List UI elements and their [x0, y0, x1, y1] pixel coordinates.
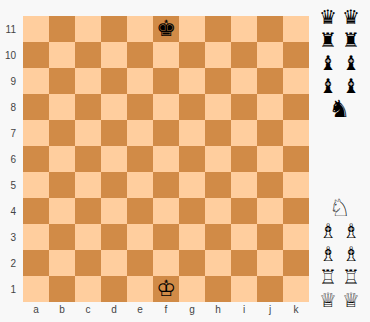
square-f2[interactable] — [153, 250, 179, 276]
file-label-i: i — [231, 303, 257, 317]
black-bishop-tray-piece[interactable]: ♝ — [342, 52, 360, 75]
square-a8[interactable] — [23, 94, 49, 120]
square-b5[interactable] — [49, 172, 75, 198]
square-i10[interactable] — [231, 42, 257, 68]
white-bishop-tray-piece[interactable]: ♗ — [342, 220, 360, 243]
square-e4[interactable] — [127, 198, 153, 224]
square-b3[interactable] — [49, 224, 75, 250]
black-king-piece[interactable]: ♚ — [156, 16, 176, 42]
rank-label-3: 3 — [0, 224, 20, 250]
square-c11[interactable] — [75, 16, 101, 42]
square-c7[interactable] — [75, 120, 101, 146]
square-c10[interactable] — [75, 42, 101, 68]
square-b11[interactable] — [49, 16, 75, 42]
square-h5[interactable] — [205, 172, 231, 198]
square-e5[interactable] — [127, 172, 153, 198]
white-queen-tray-piece[interactable]: ♕ — [342, 289, 360, 312]
square-g6[interactable] — [179, 146, 205, 172]
square-f8[interactable] — [153, 94, 179, 120]
square-g3[interactable] — [179, 224, 205, 250]
square-a10[interactable] — [23, 42, 49, 68]
file-label-j: j — [257, 303, 283, 317]
square-f1[interactable]: ♔ — [153, 276, 179, 302]
file-label-b: b — [49, 303, 75, 317]
square-i5[interactable] — [231, 172, 257, 198]
square-j8[interactable] — [257, 94, 283, 120]
file-label-h: h — [205, 303, 231, 317]
white-bishop-tray-piece[interactable]: ♗ — [319, 243, 337, 266]
square-d2[interactable] — [101, 250, 127, 276]
black-rook-tray-piece[interactable]: ♜ — [319, 29, 337, 52]
rank-label-10: 10 — [0, 42, 20, 68]
square-g5[interactable] — [179, 172, 205, 198]
tray-row: ♗♗ — [319, 243, 360, 266]
square-i3[interactable] — [231, 224, 257, 250]
square-k1[interactable] — [283, 276, 309, 302]
square-g7[interactable] — [179, 120, 205, 146]
square-d1[interactable] — [101, 276, 127, 302]
square-d9[interactable] — [101, 68, 127, 94]
square-i7[interactable] — [231, 120, 257, 146]
tray-row: ♘ — [329, 197, 351, 220]
square-c9[interactable] — [75, 68, 101, 94]
square-h8[interactable] — [205, 94, 231, 120]
square-k5[interactable] — [283, 172, 309, 198]
tray-row: ♗♗ — [319, 220, 360, 243]
square-d6[interactable] — [101, 146, 127, 172]
rank-label-9: 9 — [0, 68, 20, 94]
square-k3[interactable] — [283, 224, 309, 250]
black-bishop-tray-piece[interactable]: ♝ — [319, 52, 337, 75]
file-label-d: d — [101, 303, 127, 317]
square-g9[interactable] — [179, 68, 205, 94]
square-b2[interactable] — [49, 250, 75, 276]
square-g10[interactable] — [179, 42, 205, 68]
square-j1[interactable] — [257, 276, 283, 302]
square-k9[interactable] — [283, 68, 309, 94]
square-e3[interactable] — [127, 224, 153, 250]
square-j7[interactable] — [257, 120, 283, 146]
rank-label-11: 11 — [0, 16, 20, 42]
tray-row: ♜♜ — [319, 29, 360, 52]
square-e6[interactable] — [127, 146, 153, 172]
square-d5[interactable] — [101, 172, 127, 198]
square-i6[interactable] — [231, 146, 257, 172]
square-f3[interactable] — [153, 224, 179, 250]
rank-label-2: 2 — [0, 250, 20, 276]
square-k6[interactable] — [283, 146, 309, 172]
white-queen-tray-piece[interactable]: ♕ — [319, 289, 337, 312]
square-b6[interactable] — [49, 146, 75, 172]
white-reserve-tray: ♘♗♗♗♗♖♖♕♕ — [309, 197, 370, 312]
file-label-c: c — [75, 303, 101, 317]
white-rook-tray-piece[interactable]: ♖ — [342, 266, 360, 289]
square-a6[interactable] — [23, 146, 49, 172]
square-h4[interactable] — [205, 198, 231, 224]
square-j5[interactable] — [257, 172, 283, 198]
square-j9[interactable] — [257, 68, 283, 94]
white-bishop-tray-piece[interactable]: ♗ — [319, 220, 337, 243]
square-k11[interactable] — [283, 16, 309, 42]
rank-label-1: 1 — [0, 276, 20, 302]
tray-row: ♖♖ — [319, 266, 360, 289]
square-a2[interactable] — [23, 250, 49, 276]
rank-label-4: 4 — [0, 198, 20, 224]
square-d7[interactable] — [101, 120, 127, 146]
file-label-k: k — [283, 303, 309, 317]
square-e1[interactable] — [127, 276, 153, 302]
square-h11[interactable] — [205, 16, 231, 42]
square-a5[interactable] — [23, 172, 49, 198]
square-k8[interactable] — [283, 94, 309, 120]
file-label-a: a — [23, 303, 49, 317]
rank-labels: 1110987654321 — [0, 16, 20, 302]
square-g4[interactable] — [179, 198, 205, 224]
square-c8[interactable] — [75, 94, 101, 120]
square-d10[interactable] — [101, 42, 127, 68]
square-e8[interactable] — [127, 94, 153, 120]
square-f6[interactable] — [153, 146, 179, 172]
tray-row: ♞ — [329, 98, 351, 121]
square-a9[interactable] — [23, 68, 49, 94]
black-reserve-tray: ♛♛♜♜♝♝♝♝♞ — [309, 6, 370, 121]
square-g11[interactable] — [179, 16, 205, 42]
rank-label-5: 5 — [0, 172, 20, 198]
rank-label-8: 8 — [0, 94, 20, 120]
square-i2[interactable] — [231, 250, 257, 276]
square-g2[interactable] — [179, 250, 205, 276]
square-d11[interactable] — [101, 16, 127, 42]
square-f5[interactable] — [153, 172, 179, 198]
square-d4[interactable] — [101, 198, 127, 224]
square-i1[interactable] — [231, 276, 257, 302]
square-g8[interactable] — [179, 94, 205, 120]
square-a1[interactable] — [23, 276, 49, 302]
board: ♚♔ — [23, 16, 309, 302]
square-h7[interactable] — [205, 120, 231, 146]
square-e10[interactable] — [127, 42, 153, 68]
square-h10[interactable] — [205, 42, 231, 68]
square-e7[interactable] — [127, 120, 153, 146]
square-i11[interactable] — [231, 16, 257, 42]
file-label-g: g — [179, 303, 205, 317]
white-knight-tray-piece[interactable]: ♘ — [329, 197, 351, 220]
square-k7[interactable] — [283, 120, 309, 146]
square-b4[interactable] — [49, 198, 75, 224]
square-b9[interactable] — [49, 68, 75, 94]
square-g1[interactable] — [179, 276, 205, 302]
black-rook-tray-piece[interactable]: ♜ — [342, 29, 360, 52]
square-j10[interactable] — [257, 42, 283, 68]
black-knight-tray-piece[interactable]: ♞ — [329, 98, 351, 121]
square-h3[interactable] — [205, 224, 231, 250]
square-h6[interactable] — [205, 146, 231, 172]
square-h2[interactable] — [205, 250, 231, 276]
file-label-e: e — [127, 303, 153, 317]
square-b1[interactable] — [49, 276, 75, 302]
square-f7[interactable] — [153, 120, 179, 146]
square-c3[interactable] — [75, 224, 101, 250]
square-e2[interactable] — [127, 250, 153, 276]
square-e9[interactable] — [127, 68, 153, 94]
square-j11[interactable] — [257, 16, 283, 42]
file-label-f: f — [153, 303, 179, 317]
white-king-piece[interactable]: ♔ — [156, 276, 176, 302]
tray-row: ♝♝ — [319, 52, 360, 75]
square-i8[interactable] — [231, 94, 257, 120]
square-f10[interactable] — [153, 42, 179, 68]
square-h1[interactable] — [205, 276, 231, 302]
black-queen-tray-piece[interactable]: ♛ — [342, 6, 360, 29]
square-d3[interactable] — [101, 224, 127, 250]
square-a3[interactable] — [23, 224, 49, 250]
square-f11[interactable]: ♚ — [153, 16, 179, 42]
tray-row: ♛♛ — [319, 6, 360, 29]
square-c4[interactable] — [75, 198, 101, 224]
black-queen-tray-piece[interactable]: ♛ — [319, 6, 337, 29]
square-h9[interactable] — [205, 68, 231, 94]
square-f4[interactable] — [153, 198, 179, 224]
square-k10[interactable] — [283, 42, 309, 68]
white-bishop-tray-piece[interactable]: ♗ — [342, 243, 360, 266]
square-k2[interactable] — [283, 250, 309, 276]
square-f9[interactable] — [153, 68, 179, 94]
square-i4[interactable] — [231, 198, 257, 224]
square-b7[interactable] — [49, 120, 75, 146]
square-j6[interactable] — [257, 146, 283, 172]
white-rook-tray-piece[interactable]: ♖ — [319, 266, 337, 289]
square-j2[interactable] — [257, 250, 283, 276]
page: 1110987654321 ♚♔ abcdefghijk ♛♛♜♜♝♝♝♝♞ ♘… — [0, 0, 370, 322]
square-c5[interactable] — [75, 172, 101, 198]
square-a7[interactable] — [23, 120, 49, 146]
square-e11[interactable] — [127, 16, 153, 42]
square-b10[interactable] — [49, 42, 75, 68]
square-j4[interactable] — [257, 198, 283, 224]
tray-row: ♕♕ — [319, 289, 360, 312]
square-a4[interactable] — [23, 198, 49, 224]
rank-label-7: 7 — [0, 120, 20, 146]
rank-label-6: 6 — [0, 146, 20, 172]
square-c6[interactable] — [75, 146, 101, 172]
square-c1[interactable] — [75, 276, 101, 302]
square-a11[interactable] — [23, 16, 49, 42]
square-j3[interactable] — [257, 224, 283, 250]
square-i9[interactable] — [231, 68, 257, 94]
square-d8[interactable] — [101, 94, 127, 120]
square-c2[interactable] — [75, 250, 101, 276]
file-labels: abcdefghijk — [23, 303, 309, 317]
square-k4[interactable] — [283, 198, 309, 224]
square-b8[interactable] — [49, 94, 75, 120]
